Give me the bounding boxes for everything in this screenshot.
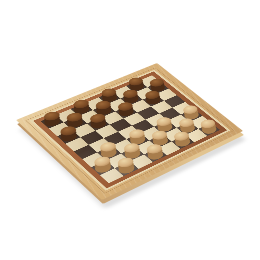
checkers-board <box>16 63 243 200</box>
checker-dark[interactable] <box>143 95 163 107</box>
scene <box>0 0 260 260</box>
checker-dark[interactable] <box>116 106 136 118</box>
checker-dark[interactable] <box>88 118 109 130</box>
